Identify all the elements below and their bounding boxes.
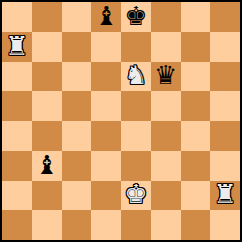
square-c1[interactable] [62, 210, 92, 240]
black-king-e8[interactable]: ♚ [124, 3, 147, 29]
square-d7[interactable] [91, 32, 121, 62]
black-queen-f6[interactable]: ♛ [154, 62, 177, 88]
square-d8[interactable]: ♝ [91, 2, 121, 32]
square-b7[interactable] [32, 32, 62, 62]
square-f8[interactable] [151, 2, 181, 32]
square-h7[interactable] [210, 32, 240, 62]
square-c6[interactable] [62, 62, 92, 92]
square-d1[interactable] [91, 210, 121, 240]
square-e2[interactable]: ♚ [121, 181, 151, 211]
square-f6[interactable]: ♛ [151, 62, 181, 92]
square-f7[interactable] [151, 32, 181, 62]
square-g3[interactable] [181, 151, 211, 181]
square-c7[interactable] [62, 32, 92, 62]
square-d2[interactable] [91, 181, 121, 211]
square-a6[interactable] [2, 62, 32, 92]
square-c3[interactable] [62, 151, 92, 181]
white-knight-e6[interactable]: ♞ [124, 62, 147, 88]
square-e3[interactable] [121, 151, 151, 181]
square-a4[interactable] [2, 121, 32, 151]
square-b4[interactable] [32, 121, 62, 151]
square-g1[interactable] [181, 210, 211, 240]
square-e6[interactable]: ♞ [121, 62, 151, 92]
white-king-e2[interactable]: ♚ [124, 181, 147, 207]
white-rook-a7[interactable]: ♜ [5, 33, 28, 59]
square-h2[interactable]: ♜ [210, 181, 240, 211]
square-a2[interactable] [2, 181, 32, 211]
square-b8[interactable] [32, 2, 62, 32]
square-d5[interactable] [91, 91, 121, 121]
square-b5[interactable] [32, 91, 62, 121]
square-a8[interactable] [2, 2, 32, 32]
square-f5[interactable] [151, 91, 181, 121]
square-h5[interactable] [210, 91, 240, 121]
black-bishop-d8[interactable]: ♝ [94, 3, 117, 29]
square-e8[interactable]: ♚ [121, 2, 151, 32]
square-g4[interactable] [181, 121, 211, 151]
square-a3[interactable] [2, 151, 32, 181]
square-f4[interactable] [151, 121, 181, 151]
chess-board: ♝♚♜♞♛♝♚♜ [0, 0, 242, 242]
square-g7[interactable] [181, 32, 211, 62]
square-f3[interactable] [151, 151, 181, 181]
square-a5[interactable] [2, 91, 32, 121]
square-e5[interactable] [121, 91, 151, 121]
square-a7[interactable]: ♜ [2, 32, 32, 62]
square-c2[interactable] [62, 181, 92, 211]
white-rook-h2[interactable]: ♜ [213, 181, 236, 207]
black-bishop-b3[interactable]: ♝ [35, 152, 58, 178]
square-e1[interactable] [121, 210, 151, 240]
square-h8[interactable] [210, 2, 240, 32]
square-d6[interactable] [91, 62, 121, 92]
square-c8[interactable] [62, 2, 92, 32]
square-c5[interactable] [62, 91, 92, 121]
square-c4[interactable] [62, 121, 92, 151]
square-d3[interactable] [91, 151, 121, 181]
square-a1[interactable] [2, 210, 32, 240]
square-d4[interactable] [91, 121, 121, 151]
square-g2[interactable] [181, 181, 211, 211]
square-h1[interactable] [210, 210, 240, 240]
square-e7[interactable] [121, 32, 151, 62]
square-h3[interactable] [210, 151, 240, 181]
square-h6[interactable] [210, 62, 240, 92]
square-f2[interactable] [151, 181, 181, 211]
square-g5[interactable] [181, 91, 211, 121]
square-g8[interactable] [181, 2, 211, 32]
square-b3[interactable]: ♝ [32, 151, 62, 181]
square-b6[interactable] [32, 62, 62, 92]
square-b2[interactable] [32, 181, 62, 211]
square-f1[interactable] [151, 210, 181, 240]
square-b1[interactable] [32, 210, 62, 240]
square-h4[interactable] [210, 121, 240, 151]
square-g6[interactable] [181, 62, 211, 92]
square-e4[interactable] [121, 121, 151, 151]
